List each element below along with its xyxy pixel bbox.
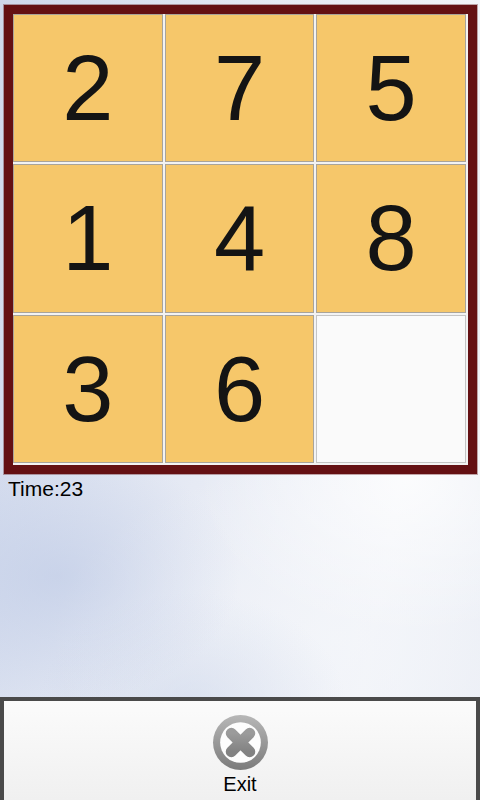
app-screen: { "game": "sliding-puzzle (8-puzzle, 3x3… bbox=[0, 0, 480, 800]
tile-8[interactable]: 8 bbox=[316, 164, 466, 312]
empty-cell bbox=[316, 315, 466, 463]
tile-7[interactable]: 7 bbox=[165, 14, 315, 162]
tile-4[interactable]: 4 bbox=[165, 164, 315, 312]
tile-1[interactable]: 1 bbox=[13, 164, 163, 312]
options-menu: Exit bbox=[0, 697, 480, 800]
tile-6[interactable]: 6 bbox=[165, 315, 315, 463]
exit-button[interactable]: Exit bbox=[212, 714, 269, 795]
tile-2[interactable]: 2 bbox=[13, 14, 163, 162]
close-circle-icon bbox=[212, 714, 269, 771]
timer-label: Time:23 bbox=[8, 477, 83, 501]
puzzle-grid: 2 7 5 1 4 8 3 6 bbox=[13, 14, 468, 465]
tile-5[interactable]: 5 bbox=[316, 14, 466, 162]
exit-button-label: Exit bbox=[223, 773, 256, 795]
tile-3[interactable]: 3 bbox=[13, 315, 163, 463]
puzzle-board: 2 7 5 1 4 8 3 6 bbox=[4, 5, 477, 474]
